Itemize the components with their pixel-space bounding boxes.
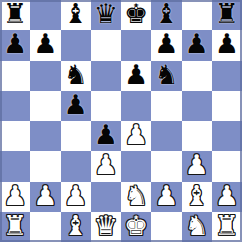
square-a4[interactable] (0, 121, 30, 151)
piece-white-rook[interactable]: ♜ (3, 212, 27, 241)
square-d4[interactable]: ♟ (91, 121, 121, 151)
square-a8[interactable]: ♜ (0, 0, 30, 30)
square-c8[interactable]: ♝ (61, 0, 91, 30)
square-b6[interactable] (30, 61, 60, 91)
square-d8[interactable]: ♛ (91, 0, 121, 30)
square-c1[interactable]: ♝ (61, 212, 91, 242)
piece-black-rook[interactable]: ♜ (215, 0, 239, 29)
piece-black-pawn[interactable]: ♟ (185, 30, 209, 59)
piece-white-knight[interactable]: ♞ (124, 182, 148, 211)
piece-white-pawn[interactable]: ♟ (94, 151, 118, 180)
square-b8[interactable] (30, 0, 60, 30)
square-g1[interactable]: ♞ (182, 212, 212, 242)
piece-white-bishop[interactable]: ♝ (185, 182, 209, 211)
square-a6[interactable] (0, 61, 30, 91)
square-b7[interactable]: ♟ (30, 30, 60, 60)
piece-black-rook[interactable]: ♜ (3, 0, 27, 29)
piece-black-bishop[interactable]: ♝ (64, 0, 88, 29)
square-g6[interactable] (182, 61, 212, 91)
square-f6[interactable]: ♞ (151, 61, 181, 91)
square-h7[interactable]: ♟ (212, 30, 242, 60)
square-d5[interactable] (91, 91, 121, 121)
square-e5[interactable] (121, 91, 151, 121)
square-c6[interactable]: ♞ (61, 61, 91, 91)
square-g4[interactable] (182, 121, 212, 151)
square-g8[interactable] (182, 0, 212, 30)
square-e6[interactable]: ♟ (121, 61, 151, 91)
piece-black-king[interactable]: ♚ (124, 0, 148, 29)
square-c4[interactable] (61, 121, 91, 151)
square-f8[interactable]: ♝ (151, 0, 181, 30)
square-a2[interactable]: ♟ (0, 182, 30, 212)
piece-white-pawn[interactable]: ♟ (154, 182, 178, 211)
chess-board-container: ♜♝♛♚♝♜♟♟♟♟♟♞♟♞♟♟♟♟♟♟♟♟♞♟♝♟♜♝♛♚♞♜ (0, 0, 242, 242)
piece-white-queen[interactable]: ♛ (94, 212, 118, 241)
square-e1[interactable]: ♚ (121, 212, 151, 242)
square-b3[interactable] (30, 151, 60, 181)
piece-white-bishop[interactable]: ♝ (64, 212, 88, 241)
piece-black-pawn[interactable]: ♟ (124, 61, 148, 90)
square-b5[interactable] (30, 91, 60, 121)
square-e8[interactable]: ♚ (121, 0, 151, 30)
square-g7[interactable]: ♟ (182, 30, 212, 60)
square-a3[interactable] (0, 151, 30, 181)
square-c2[interactable]: ♟ (61, 182, 91, 212)
square-b1[interactable] (30, 212, 60, 242)
piece-black-pawn[interactable]: ♟ (94, 121, 118, 150)
square-e7[interactable] (121, 30, 151, 60)
piece-white-rook[interactable]: ♜ (215, 212, 239, 241)
piece-black-knight[interactable]: ♞ (64, 61, 88, 90)
piece-white-pawn[interactable]: ♟ (33, 182, 57, 211)
square-h1[interactable]: ♜ (212, 212, 242, 242)
square-e2[interactable]: ♞ (121, 182, 151, 212)
square-h6[interactable] (212, 61, 242, 91)
piece-black-queen[interactable]: ♛ (94, 0, 118, 29)
piece-white-pawn[interactable]: ♟ (124, 121, 148, 150)
square-f1[interactable] (151, 212, 181, 242)
square-e4[interactable]: ♟ (121, 121, 151, 151)
square-a7[interactable]: ♟ (0, 30, 30, 60)
square-g2[interactable]: ♝ (182, 182, 212, 212)
square-h3[interactable] (212, 151, 242, 181)
square-a1[interactable]: ♜ (0, 212, 30, 242)
piece-black-knight[interactable]: ♞ (154, 61, 178, 90)
square-d3[interactable]: ♟ (91, 151, 121, 181)
square-b2[interactable]: ♟ (30, 182, 60, 212)
piece-white-pawn[interactable]: ♟ (215, 182, 239, 211)
square-c7[interactable] (61, 30, 91, 60)
piece-black-pawn[interactable]: ♟ (3, 30, 27, 59)
square-e3[interactable] (121, 151, 151, 181)
square-f2[interactable]: ♟ (151, 182, 181, 212)
square-d1[interactable]: ♛ (91, 212, 121, 242)
square-h5[interactable] (212, 91, 242, 121)
square-f4[interactable] (151, 121, 181, 151)
piece-white-pawn[interactable]: ♟ (64, 182, 88, 211)
piece-black-pawn[interactable]: ♟ (215, 30, 239, 59)
piece-black-bishop[interactable]: ♝ (154, 0, 178, 29)
square-g5[interactable] (182, 91, 212, 121)
square-d6[interactable] (91, 61, 121, 91)
square-f5[interactable] (151, 91, 181, 121)
square-b4[interactable] (30, 121, 60, 151)
square-f7[interactable]: ♟ (151, 30, 181, 60)
square-g3[interactable]: ♟ (182, 151, 212, 181)
piece-black-pawn[interactable]: ♟ (154, 30, 178, 59)
square-f3[interactable] (151, 151, 181, 181)
piece-black-pawn[interactable]: ♟ (33, 30, 57, 59)
square-a5[interactable] (0, 91, 30, 121)
piece-white-king[interactable]: ♚ (124, 212, 148, 241)
piece-black-pawn[interactable]: ♟ (64, 91, 88, 120)
piece-white-knight[interactable]: ♞ (185, 212, 209, 241)
square-h4[interactable] (212, 121, 242, 151)
square-d7[interactable] (91, 30, 121, 60)
square-h2[interactable]: ♟ (212, 182, 242, 212)
chess-board: ♜♝♛♚♝♜♟♟♟♟♟♞♟♞♟♟♟♟♟♟♟♟♞♟♝♟♜♝♛♚♞♜ (0, 0, 242, 242)
square-d2[interactable] (91, 182, 121, 212)
square-c3[interactable] (61, 151, 91, 181)
square-h8[interactable]: ♜ (212, 0, 242, 30)
square-c5[interactable]: ♟ (61, 91, 91, 121)
piece-white-pawn[interactable]: ♟ (3, 182, 27, 211)
piece-white-pawn[interactable]: ♟ (185, 151, 209, 180)
